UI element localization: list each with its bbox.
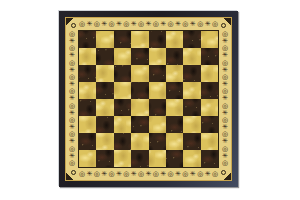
rosette-medallion-icon: ◎ [138, 21, 144, 28]
square-c8[interactable] [114, 31, 131, 48]
board-frame: ◎✳◎✳◎✳◎✳◎✳◎✳◎✳◎✳◎✳◎ ◎✳◎✳◎✳◎✳◎✳◎✳◎✳◎✳◎✳◎ … [59, 11, 238, 187]
square-h6[interactable] [201, 65, 218, 82]
knot-cross-icon: ✳ [131, 21, 137, 28]
rosette-medallion-icon: ◎ [168, 171, 174, 178]
square-f1[interactable] [166, 150, 183, 167]
square-h3[interactable] [201, 116, 218, 133]
square-b1[interactable] [96, 150, 113, 167]
square-f5[interactable] [166, 82, 183, 99]
playing-area [78, 30, 219, 168]
knot-cross-icon: ✳ [146, 171, 152, 178]
knot-cross-icon: ✳ [190, 21, 196, 28]
corner-fan-icon [219, 168, 231, 180]
square-a8[interactable] [79, 31, 96, 48]
square-d7[interactable] [131, 48, 148, 65]
knot-cross-icon: ✳ [116, 171, 122, 178]
square-b7[interactable] [96, 48, 113, 65]
corner-fan-icon [66, 168, 78, 180]
knot-cross-icon: ✳ [175, 171, 181, 178]
corner-fan-icon [219, 18, 231, 30]
chessboard: ◎✳◎✳◎✳◎✳◎✳◎✳◎✳◎✳◎✳◎ ◎✳◎✳◎✳◎✳◎✳◎✳◎✳◎✳◎✳◎ … [59, 11, 238, 187]
square-h1[interactable] [201, 150, 218, 167]
square-a2[interactable] [79, 133, 96, 150]
square-a7[interactable] [79, 48, 96, 65]
square-h4[interactable] [201, 99, 218, 116]
square-d3[interactable] [131, 116, 148, 133]
rosette-medallion-icon: ◎ [182, 21, 188, 28]
square-f2[interactable] [166, 133, 183, 150]
photo-background: ◎✳◎✳◎✳◎✳◎✳◎✳◎✳◎✳◎✳◎ ◎✳◎✳◎✳◎✳◎✳◎✳◎✳◎✳◎✳◎ … [0, 0, 300, 200]
rosette-medallion-icon: ◎ [69, 160, 75, 167]
knot-cross-icon: ✳ [116, 21, 122, 28]
square-f4[interactable] [166, 99, 183, 116]
square-b8[interactable] [96, 31, 113, 48]
square-e4[interactable] [149, 99, 166, 116]
rosette-medallion-icon: ◎ [79, 171, 85, 178]
square-g1[interactable] [183, 150, 200, 167]
square-g2[interactable] [183, 133, 200, 150]
square-e8[interactable] [149, 31, 166, 48]
square-c1[interactable] [114, 150, 131, 167]
square-d6[interactable] [131, 65, 148, 82]
square-b6[interactable] [96, 65, 113, 82]
square-h8[interactable] [201, 31, 218, 48]
square-e7[interactable] [149, 48, 166, 65]
rosette-medallion-icon: ◎ [222, 160, 228, 167]
square-a1[interactable] [79, 150, 96, 167]
rosette-medallion-icon: ◎ [109, 21, 115, 28]
square-b2[interactable] [96, 133, 113, 150]
square-g3[interactable] [183, 116, 200, 133]
square-d1[interactable] [131, 150, 148, 167]
square-d5[interactable] [131, 82, 148, 99]
square-e6[interactable] [149, 65, 166, 82]
rosette-medallion-icon: ◎ [79, 21, 85, 28]
square-c4[interactable] [114, 99, 131, 116]
square-b4[interactable] [96, 99, 113, 116]
knot-cross-icon: ✳ [175, 21, 181, 28]
square-g6[interactable] [183, 65, 200, 82]
square-a6[interactable] [79, 65, 96, 82]
square-e1[interactable] [149, 150, 166, 167]
square-a5[interactable] [79, 82, 96, 99]
ornament-border: ◎✳◎✳◎✳◎✳◎✳◎✳◎✳◎✳◎✳◎ ◎✳◎✳◎✳◎✳◎✳◎✳◎✳◎✳◎✳◎ … [66, 18, 231, 180]
knot-cross-icon: ✳ [87, 171, 93, 178]
square-d4[interactable] [131, 99, 148, 116]
square-f6[interactable] [166, 65, 183, 82]
square-d8[interactable] [131, 31, 148, 48]
square-d2[interactable] [131, 133, 148, 150]
corner-fan-icon [66, 18, 78, 30]
knot-cross-icon: ✳ [190, 171, 196, 178]
square-f8[interactable] [166, 31, 183, 48]
rosette-medallion-icon: ◎ [153, 21, 159, 28]
gold-fillet-line: ◎✳◎✳◎✳◎✳◎✳◎✳◎✳◎✳◎✳◎ ◎✳◎✳◎✳◎✳◎✳◎✳◎✳◎✳◎✳◎ … [65, 17, 232, 181]
knot-cross-icon: ✳ [205, 171, 211, 178]
square-b5[interactable] [96, 82, 113, 99]
rosette-medallion-icon: ◎ [123, 21, 129, 28]
rosette-medallion-icon: ◎ [138, 171, 144, 178]
border-strip-bottom: ◎✳◎✳◎✳◎✳◎✳◎✳◎✳◎✳◎✳◎ [78, 168, 219, 180]
knot-cross-icon: ✳ [101, 171, 107, 178]
square-b3[interactable] [96, 116, 113, 133]
rosette-medallion-icon: ◎ [94, 21, 100, 28]
rosette-medallion-icon: ◎ [123, 171, 129, 178]
square-c3[interactable] [114, 116, 131, 133]
square-a4[interactable] [79, 99, 96, 116]
rosette-medallion-icon: ◎ [109, 171, 115, 178]
square-g4[interactable] [183, 99, 200, 116]
border-strip-top: ◎✳◎✳◎✳◎✳◎✳◎✳◎✳◎✳◎✳◎ [78, 18, 219, 30]
knot-cross-icon: ✳ [160, 171, 166, 178]
square-g7[interactable] [183, 48, 200, 65]
border-strip-left: ◎✳◎✳◎✳◎✳◎✳◎✳◎✳◎✳◎✳◎ [66, 30, 78, 168]
rosette-medallion-icon: ◎ [153, 171, 159, 178]
knot-cross-icon: ✳ [101, 21, 107, 28]
square-e3[interactable] [149, 116, 166, 133]
square-a3[interactable] [79, 116, 96, 133]
square-e2[interactable] [149, 133, 166, 150]
square-e5[interactable] [149, 82, 166, 99]
rosette-medallion-icon: ◎ [197, 21, 203, 28]
rosette-medallion-icon: ◎ [197, 171, 203, 178]
square-h5[interactable] [201, 82, 218, 99]
knot-cross-icon: ✳ [87, 21, 93, 28]
rosette-medallion-icon: ◎ [94, 171, 100, 178]
knot-cross-icon: ✳ [131, 171, 137, 178]
square-g8[interactable] [183, 31, 200, 48]
square-c6[interactable] [114, 65, 131, 82]
border-strip-right: ◎✳◎✳◎✳◎✳◎✳◎✳◎✳◎✳◎✳◎ [219, 30, 231, 168]
rosette-medallion-icon: ◎ [168, 21, 174, 28]
square-f3[interactable] [166, 116, 183, 133]
rosette-medallion-icon: ◎ [182, 171, 188, 178]
square-h2[interactable] [201, 133, 218, 150]
rosette-medallion-icon: ◎ [212, 21, 218, 28]
square-c7[interactable] [114, 48, 131, 65]
square-f7[interactable] [166, 48, 183, 65]
square-c2[interactable] [114, 133, 131, 150]
knot-cross-icon: ✳ [205, 21, 211, 28]
square-h7[interactable] [201, 48, 218, 65]
knot-cross-icon: ✳ [146, 21, 152, 28]
rosette-medallion-icon: ◎ [212, 171, 218, 178]
square-c5[interactable] [114, 82, 131, 99]
square-g5[interactable] [183, 82, 200, 99]
knot-cross-icon: ✳ [160, 21, 166, 28]
